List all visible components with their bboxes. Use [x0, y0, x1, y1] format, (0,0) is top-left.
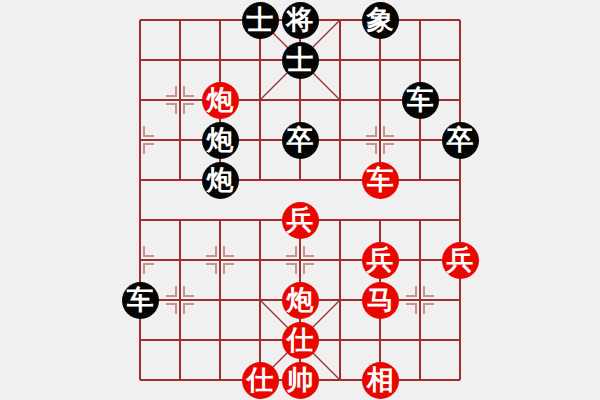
xiangqi-app: 士将象士炮车炮卒卒炮车兵兵兵车炮马仕仕帅相	[0, 0, 600, 400]
red-horse[interactable]: 马	[362, 282, 399, 319]
black-soldier[interactable]: 卒	[282, 122, 319, 159]
red-soldier[interactable]: 兵	[442, 242, 479, 279]
black-soldier[interactable]: 卒	[442, 122, 479, 159]
red-elephant[interactable]: 相	[362, 362, 399, 399]
red-soldier[interactable]: 兵	[362, 242, 399, 279]
red-cannon[interactable]: 炮	[202, 82, 239, 119]
black-chariot[interactable]: 车	[402, 82, 439, 119]
red-chariot[interactable]: 车	[362, 162, 399, 199]
red-cannon[interactable]: 炮	[282, 282, 319, 319]
xiangqi-board[interactable]: 士将象士炮车炮卒卒炮车兵兵兵车炮马仕仕帅相	[140, 20, 460, 380]
black-cannon[interactable]: 炮	[202, 162, 239, 199]
black-advisor[interactable]: 士	[282, 42, 319, 79]
black-general[interactable]: 将	[282, 2, 319, 39]
black-advisor[interactable]: 士	[242, 2, 279, 39]
black-elephant[interactable]: 象	[362, 2, 399, 39]
red-advisor[interactable]: 仕	[282, 322, 319, 359]
black-chariot[interactable]: 车	[122, 282, 159, 319]
black-cannon[interactable]: 炮	[202, 122, 239, 159]
red-general[interactable]: 帅	[282, 362, 319, 399]
red-advisor[interactable]: 仕	[242, 362, 279, 399]
red-soldier[interactable]: 兵	[282, 202, 319, 239]
